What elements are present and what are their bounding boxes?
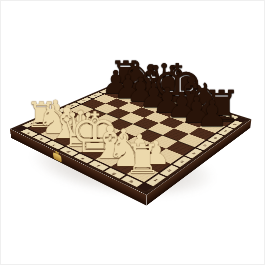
piece-white-rook-h1: ♜ <box>124 139 161 180</box>
piece-black-pawn-h7: ♟ <box>196 96 228 132</box>
pieces-layer: ♜♞♝♛♚♝♞♜♟♟♟♟♟♟♟♟♟♟♟♟♟♟♟♟♜♞♝♛♚♝♞♜ <box>0 0 265 265</box>
product-photo-wooden-chess-set: { "game": "chess", "position": "rnbqkbnr… <box>0 0 265 265</box>
